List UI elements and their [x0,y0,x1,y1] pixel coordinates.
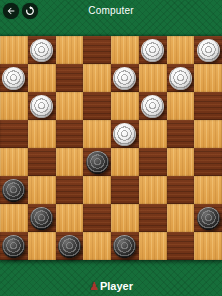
board-square[interactable] [194,232,222,260]
top-bar: Computer [0,0,222,36]
board-square[interactable] [83,176,111,204]
player-label: Player [100,280,133,292]
board-square[interactable] [56,232,84,260]
board-square[interactable] [83,148,111,176]
board-square[interactable] [111,92,139,120]
checker-white[interactable] [113,123,136,146]
board-square[interactable] [28,176,56,204]
checker-white[interactable] [141,95,164,118]
board-square[interactable] [0,232,28,260]
board-square[interactable] [56,92,84,120]
checker-white[interactable] [30,95,53,118]
board-square[interactable] [28,120,56,148]
checker-white[interactable] [30,39,53,62]
checker-white[interactable] [197,39,220,62]
board-square[interactable] [56,176,84,204]
board-square[interactable] [0,204,28,232]
board-square[interactable] [194,36,222,64]
board-square[interactable] [56,36,84,64]
board-square[interactable] [111,148,139,176]
checker-white[interactable] [169,67,192,90]
board-square[interactable] [139,36,167,64]
board-square[interactable] [194,148,222,176]
board-square[interactable] [167,176,195,204]
checker-black[interactable] [58,235,81,258]
checker-white[interactable] [2,67,25,90]
board-square[interactable] [167,64,195,92]
board-square[interactable] [139,176,167,204]
board [0,36,222,260]
board-square[interactable] [194,92,222,120]
board-square[interactable] [83,92,111,120]
board-square[interactable] [194,176,222,204]
board-square[interactable] [56,120,84,148]
checker-white[interactable] [141,39,164,62]
board-square[interactable] [0,176,28,204]
board-square[interactable] [111,36,139,64]
checker-black[interactable] [86,151,109,174]
board-square[interactable] [56,148,84,176]
board-square[interactable] [194,204,222,232]
board-square[interactable] [0,92,28,120]
board-square[interactable] [0,36,28,64]
board-square[interactable] [56,64,84,92]
board-square[interactable] [83,120,111,148]
board-square[interactable] [56,204,84,232]
board-square[interactable] [28,92,56,120]
bottom-bar: ♟ Player [0,280,222,292]
board-square[interactable] [0,120,28,148]
player-pawn-icon: ♟ [89,281,99,292]
board-square[interactable] [83,64,111,92]
board-square[interactable] [167,120,195,148]
board-square[interactable] [111,120,139,148]
board-square[interactable] [111,176,139,204]
board-square[interactable] [111,232,139,260]
board-square[interactable] [139,120,167,148]
checker-black[interactable] [2,235,25,258]
checker-black[interactable] [30,207,53,230]
board-square[interactable] [139,204,167,232]
checker-black[interactable] [2,179,25,202]
board-square[interactable] [28,148,56,176]
board-square[interactable] [111,64,139,92]
board-square[interactable] [28,64,56,92]
board-square[interactable] [167,36,195,64]
board-square[interactable] [83,36,111,64]
board-square[interactable] [28,232,56,260]
board-square[interactable] [167,232,195,260]
app-screen: Computer ♟ Player [0,0,222,296]
board-square[interactable] [167,204,195,232]
board-square[interactable] [83,232,111,260]
checker-black[interactable] [113,235,136,258]
board-square[interactable] [167,148,195,176]
board-square[interactable] [167,92,195,120]
board-square[interactable] [194,64,222,92]
board-square[interactable] [111,204,139,232]
checker-white[interactable] [113,67,136,90]
board-square[interactable] [139,232,167,260]
board-square[interactable] [139,148,167,176]
board-square[interactable] [139,64,167,92]
board-square[interactable] [28,204,56,232]
board-square[interactable] [0,64,28,92]
board-square[interactable] [0,148,28,176]
board-square[interactable] [28,36,56,64]
opponent-label: Computer [0,5,222,16]
board-square[interactable] [194,120,222,148]
board-square[interactable] [83,204,111,232]
board-square[interactable] [139,92,167,120]
checker-black[interactable] [197,207,220,230]
